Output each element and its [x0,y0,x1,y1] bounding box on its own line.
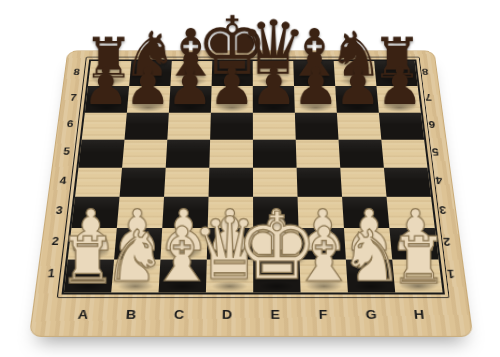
chess-set-photo: 87654321 87654321 ABCDEFGH ♜♞♝♚♛♝♞♜♟♟♟♟♟… [0,0,500,357]
square-c7: ♟ [169,86,212,112]
black-pawn-d7: ♟ [209,61,255,113]
file-label-d: D [203,304,251,324]
rank-label-left-4: 4 [51,166,75,195]
rank-label-right-7: 7 [418,85,440,111]
square-f6 [295,112,339,139]
black-pawn-c7: ♟ [167,61,213,113]
file-labels-bottom: ABCDEFGH [58,304,444,324]
square-g6 [337,112,381,139]
file-label-c: C [155,304,204,324]
rank-label-right-6: 6 [421,111,444,138]
black-pawn-a7: ♟ [83,61,129,113]
square-a7: ♟ [85,86,129,112]
square-h7: ♟ [376,86,420,112]
square-e7: ♟ [253,86,295,112]
black-pawn-g7: ♟ [335,61,381,113]
black-pawn-f7: ♟ [293,61,339,113]
square-a5 [78,139,124,167]
square-h6 [379,112,424,139]
chess-board: 87654321 87654321 ABCDEFGH ♜♞♝♚♛♝♞♜♟♟♟♟♟… [29,50,474,336]
square-e5 [253,139,297,167]
rank-label-left-7: 7 [62,85,84,111]
square-b6 [125,112,169,139]
square-a6 [82,112,127,139]
square-g7: ♟ [335,86,379,112]
white-rook-h1: ♜ [390,228,448,293]
black-pawn-e7: ♟ [251,61,297,113]
playing-field: ♜♞♝♚♛♝♞♜♟♟♟♟♟♟♟♟♟♟♟♟♟♟♟♟♜♞♝♛♚♝♞♜ [62,60,445,295]
square-b7: ♟ [127,86,170,112]
file-label-a: A [58,304,108,324]
square-f5 [296,139,341,167]
square-h4 [384,168,431,197]
square-a4 [75,168,122,197]
square-h5 [381,139,427,167]
square-b4 [120,168,166,197]
square-e6 [253,112,296,139]
rank-label-right-5: 5 [424,138,447,166]
square-g4 [340,168,386,197]
square-g1: ♞ [346,259,395,292]
square-c4 [164,168,209,197]
square-d5 [209,139,253,167]
square-d6 [210,112,253,139]
rank-label-left-6: 6 [59,111,82,138]
file-label-b: B [106,304,155,324]
square-d7: ♟ [211,86,253,112]
file-label-e: E [251,304,299,324]
square-h1: ♜ [392,259,442,292]
square-c5 [166,139,210,167]
rank-label-right-8: 8 [414,60,436,85]
square-f7: ♟ [294,86,337,112]
square-c6 [167,112,211,139]
black-pawn-b7: ♟ [125,61,171,113]
file-label-h: H [394,304,444,324]
square-g5 [339,139,384,167]
rank-label-left-5: 5 [55,138,78,166]
square-b5 [122,139,167,167]
file-label-g: G [346,304,395,324]
file-label-f: F [299,304,348,324]
